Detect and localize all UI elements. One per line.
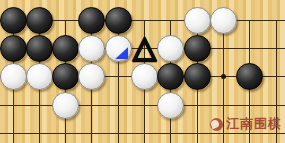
black-stone[interactable] — [184, 35, 211, 62]
white-stone[interactable] — [210, 7, 237, 34]
black-stone[interactable] — [0, 7, 27, 34]
watermark: 江南围棋 — [210, 115, 282, 133]
black-stone[interactable] — [78, 7, 105, 34]
white-stone[interactable] — [78, 35, 105, 62]
white-stone[interactable] — [26, 63, 53, 90]
white-stone[interactable] — [52, 92, 79, 119]
black-stone[interactable] — [52, 35, 79, 62]
black-stone[interactable] — [236, 63, 263, 90]
black-stone[interactable] — [184, 63, 211, 90]
watermark-logo-icon — [210, 118, 223, 131]
white-stone[interactable] — [0, 63, 27, 90]
black-stone[interactable] — [26, 7, 53, 34]
star-point — [221, 74, 226, 79]
black-stone[interactable] — [26, 35, 53, 62]
grid-hline — [0, 133, 285, 134]
white-stone[interactable] — [157, 92, 184, 119]
last-move-marker — [115, 46, 128, 59]
white-stone[interactable] — [184, 7, 211, 34]
white-stone[interactable] — [131, 63, 158, 90]
black-stone[interactable] — [52, 63, 79, 90]
black-stone[interactable] — [157, 63, 184, 90]
white-stone[interactable] — [78, 63, 105, 90]
black-stone[interactable] — [0, 35, 27, 62]
watermark-text: 江南围棋 — [226, 115, 282, 133]
triangle-mark[interactable]: △ — [128, 30, 162, 64]
grid-hline — [0, 105, 285, 106]
